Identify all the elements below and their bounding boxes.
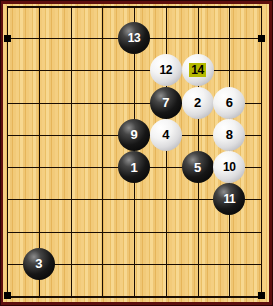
stone-black-3: 3 bbox=[23, 248, 55, 280]
move-number: 10 bbox=[223, 161, 235, 173]
move-number: 7 bbox=[162, 96, 169, 109]
grid-line-horizontal bbox=[7, 296, 262, 298]
move-number-last-move: 14 bbox=[189, 63, 205, 77]
move-number: 3 bbox=[35, 257, 42, 270]
move-number: 8 bbox=[226, 128, 233, 141]
grid-line-vertical bbox=[71, 6, 72, 298]
star-point bbox=[258, 292, 265, 299]
stone-white-4: 4 bbox=[150, 119, 182, 151]
stone-black-1: 1 bbox=[118, 151, 150, 183]
grid-line-vertical bbox=[7, 6, 8, 298]
grid-line-horizontal bbox=[7, 232, 262, 233]
star-point bbox=[4, 35, 11, 42]
stone-white-2: 2 bbox=[182, 87, 214, 119]
board-frame: 1234567891011121314 bbox=[0, 0, 273, 306]
move-number: 11 bbox=[223, 193, 235, 205]
move-number: 2 bbox=[194, 96, 201, 109]
move-number: 4 bbox=[162, 128, 169, 141]
move-number: 9 bbox=[130, 128, 137, 141]
grid-line-vertical bbox=[166, 6, 167, 298]
star-point bbox=[258, 35, 265, 42]
move-number: 6 bbox=[226, 96, 233, 109]
move-number: 12 bbox=[160, 64, 172, 76]
stone-black-5: 5 bbox=[182, 151, 214, 183]
stone-black-7: 7 bbox=[150, 87, 182, 119]
stone-black-13: 13 bbox=[118, 22, 150, 54]
grid-line-horizontal bbox=[7, 6, 262, 8]
grid-line-horizontal bbox=[7, 70, 262, 71]
move-number: 5 bbox=[194, 161, 201, 174]
move-number: 13 bbox=[128, 32, 140, 44]
stone-black-9: 9 bbox=[118, 119, 150, 151]
move-number: 1 bbox=[130, 161, 137, 174]
stone-white-8: 8 bbox=[213, 119, 245, 151]
stone-white-14: 14 bbox=[182, 54, 214, 86]
grid-line-vertical bbox=[102, 6, 103, 298]
star-point bbox=[4, 292, 11, 299]
stone-white-10: 10 bbox=[213, 151, 245, 183]
go-board[interactable]: 1234567891011121314 bbox=[3, 4, 269, 302]
grid-line-vertical bbox=[261, 6, 262, 298]
stone-white-12: 12 bbox=[150, 54, 182, 86]
stone-white-6: 6 bbox=[213, 87, 245, 119]
stone-black-11: 11 bbox=[213, 183, 245, 215]
